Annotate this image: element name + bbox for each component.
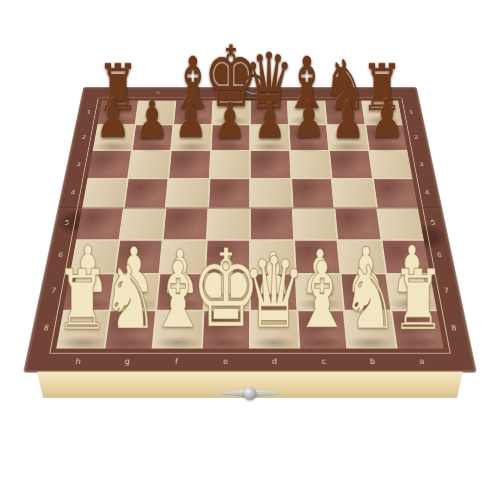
square-b1: [325, 101, 364, 125]
square-c3: [290, 151, 330, 178]
square-h2: [93, 125, 134, 150]
square-h4: [82, 179, 126, 207]
square-a6: [382, 240, 430, 273]
square-d8: [251, 311, 298, 349]
square-g5: [120, 209, 165, 239]
square-a2: [366, 125, 407, 150]
square-g8: [105, 311, 155, 349]
file-labels-near: hgfedcba: [53, 356, 448, 368]
square-g1: [136, 101, 175, 125]
square-d4: [251, 179, 291, 207]
file-label-f: f: [176, 89, 213, 96]
square-c8: [298, 311, 346, 349]
square-h6: [70, 240, 118, 273]
file-label-h: h: [53, 356, 104, 368]
square-c5: [293, 209, 336, 239]
square-e5: [207, 209, 249, 239]
metal-clasp-icon: [221, 385, 279, 403]
square-e2: [211, 125, 249, 150]
product-photo: 12345678 12345678 hgfedcba hgfedcba ♜♝♚♛…: [0, 0, 500, 500]
square-e8: [202, 311, 249, 349]
square-d7: [251, 274, 296, 309]
square-g4: [124, 179, 167, 207]
file-label-e: e: [201, 356, 250, 368]
square-d3: [251, 151, 290, 178]
square-b2: [328, 125, 368, 150]
square-e4: [209, 179, 249, 207]
file-label-c: c: [287, 89, 324, 96]
rank-label-6: 6: [50, 240, 69, 274]
metal-ring-icon: [243, 74, 264, 93]
board-fold-seam: [58, 207, 441, 208]
rank-label-6: 6: [430, 240, 449, 274]
clasp-wing-left: [221, 390, 245, 397]
rank-label-7: 7: [43, 273, 63, 309]
rank-label-2: 2: [408, 125, 424, 151]
square-g6: [115, 240, 161, 273]
clasp-knob: [244, 387, 257, 400]
square-d5: [251, 209, 293, 239]
square-b6: [338, 240, 384, 273]
rank-label-3: 3: [70, 151, 87, 179]
file-label-e: e: [213, 89, 250, 96]
file-label-f: f: [151, 356, 201, 368]
square-f1: [174, 101, 212, 125]
square-d2: [251, 125, 289, 150]
square-a8: [392, 311, 444, 349]
square-c2: [289, 125, 328, 150]
square-d6: [251, 240, 294, 273]
rank-label-2: 2: [75, 125, 91, 151]
rank-label-4: 4: [64, 179, 82, 208]
square-c1: [288, 101, 326, 125]
square-h7: [63, 274, 113, 309]
square-f6: [161, 240, 206, 273]
square-h3: [88, 151, 131, 178]
square-b7: [341, 274, 389, 309]
rank-label-1: 1: [403, 101, 419, 125]
square-c6: [295, 240, 340, 273]
square-a3: [370, 151, 413, 178]
square-a1: [362, 101, 402, 125]
clasp-wing-right: [255, 390, 279, 397]
square-c7: [296, 274, 343, 309]
square-f2: [172, 125, 211, 150]
file-label-h: h: [103, 89, 141, 96]
square-a4: [373, 179, 417, 207]
square-b5: [335, 209, 380, 239]
square-g2: [132, 125, 172, 150]
file-label-g: g: [102, 356, 152, 368]
square-f8: [154, 311, 202, 349]
square-b4: [333, 179, 376, 207]
rank-label-7: 7: [436, 273, 456, 309]
rank-label-8: 8: [443, 310, 465, 349]
square-f7: [157, 274, 204, 309]
file-label-b: b: [348, 356, 398, 368]
square-h8: [56, 311, 108, 349]
square-c4: [292, 179, 334, 207]
square-b3: [330, 151, 372, 178]
square-h1: [98, 101, 138, 125]
square-f3: [169, 151, 209, 178]
chess-board: 12345678 12345678 hgfedcba hgfedcba: [24, 88, 476, 372]
rank-label-5: 5: [57, 208, 76, 240]
square-g7: [110, 274, 158, 309]
file-label-a: a: [396, 356, 447, 368]
square-e7: [204, 274, 249, 309]
rank-label-4: 4: [418, 179, 436, 208]
rank-label-5: 5: [424, 208, 443, 240]
square-h5: [76, 209, 122, 239]
square-f4: [167, 179, 209, 207]
file-label-g: g: [140, 89, 177, 96]
file-label-a: a: [360, 89, 398, 96]
square-d1: [251, 101, 288, 125]
square-f5: [164, 209, 207, 239]
square-a7: [387, 274, 437, 309]
square-e1: [212, 101, 249, 125]
square-g3: [128, 151, 170, 178]
rank-label-8: 8: [35, 310, 57, 349]
square-b8: [345, 311, 395, 349]
rank-label-3: 3: [413, 151, 430, 179]
rank-label-1: 1: [81, 101, 97, 125]
file-label-b: b: [323, 89, 360, 96]
square-a5: [378, 209, 424, 239]
board-grid: [56, 101, 444, 349]
file-label-c: c: [299, 356, 349, 368]
square-e6: [206, 240, 249, 273]
file-label-d: d: [250, 356, 299, 368]
square-e3: [210, 151, 249, 178]
